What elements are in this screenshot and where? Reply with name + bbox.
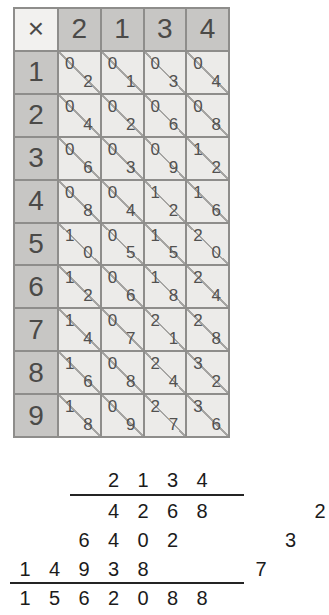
tens-digit: 0 [151, 141, 160, 158]
row-header-1: 1 [15, 52, 57, 93]
partial-product-3-digit: 3 [108, 559, 119, 579]
tens-digit: 0 [65, 141, 74, 158]
row-header-8: 8 [15, 352, 57, 393]
multiplicand-digit: 1 [137, 470, 148, 490]
lattice-cell-r3-c3: 09 [145, 138, 186, 179]
tens-digit: 0 [65, 55, 74, 72]
units-digit: 2 [83, 287, 92, 304]
units-digit: 4 [83, 116, 92, 133]
multiplier-digit: 7 [255, 559, 266, 579]
tens-digit: 0 [108, 184, 117, 201]
tens-digit: 3 [193, 355, 202, 372]
units-digit: 2 [212, 159, 221, 176]
product-digit: 1 [19, 588, 30, 608]
units-digit: 2 [212, 373, 221, 390]
lattice-cell-r5-c3: 15 [145, 224, 186, 265]
tens-digit: 0 [108, 227, 117, 244]
units-digit: 8 [212, 330, 221, 347]
partial-product-2-digit: 6 [78, 530, 89, 550]
lattice-cell-r8-c3: 24 [145, 352, 186, 393]
tens-digit: 1 [193, 141, 202, 158]
partial-product-3-digit: 1 [19, 559, 30, 579]
row-header-label: 9 [28, 402, 44, 430]
units-digit: 0 [212, 244, 221, 261]
row-header-label: 8 [28, 359, 44, 387]
row-header-2: 2 [15, 95, 57, 136]
tens-digit: 2 [151, 398, 160, 415]
tens-digit: 0 [65, 184, 74, 201]
partial-product-1-digit: 6 [167, 501, 178, 521]
units-digit: 6 [169, 116, 178, 133]
col-header-label: 1 [114, 15, 130, 43]
units-digit: 2 [126, 116, 135, 133]
lattice-cell-r1-c1: 01 [102, 52, 143, 93]
product-digit: 8 [167, 588, 178, 608]
long-multiplication-worksheet: 213442682640231493871562088 [0, 455, 329, 615]
units-digit: 8 [126, 373, 135, 390]
tens-digit: 0 [108, 98, 117, 115]
tens-digit: 2 [151, 355, 160, 372]
multiplier-digit: 3 [285, 530, 296, 550]
units-digit: 8 [212, 116, 221, 133]
col-header-3: 3 [145, 9, 186, 50]
row-header-label: 1 [28, 58, 44, 86]
lattice-cell-r7-c3: 21 [145, 309, 186, 350]
lattice-cell-r1-c4: 04 [187, 52, 228, 93]
lattice-cell-r1-c3: 03 [145, 52, 186, 93]
times-icon: × [28, 15, 44, 43]
units-digit: 6 [83, 373, 92, 390]
col-header-4: 4 [187, 9, 228, 50]
lattice-cell-r2-c3: 06 [145, 95, 186, 136]
tens-digit: 2 [193, 227, 202, 244]
lattice-cell-r7-c2: 14 [59, 309, 100, 350]
col-header-label: 4 [200, 15, 216, 43]
partial-product-3-digit: 4 [49, 559, 60, 579]
tens-digit: 0 [193, 98, 202, 115]
lattice-cell-r5-c4: 20 [187, 224, 228, 265]
tens-digit: 1 [151, 269, 160, 286]
tens-digit: 0 [193, 55, 202, 72]
tens-digit: 0 [108, 55, 117, 72]
partial-product-1-digit: 8 [196, 501, 207, 521]
product-digit: 5 [49, 588, 60, 608]
col-header-label: 2 [72, 15, 88, 43]
lattice-cell-r2-c4: 08 [187, 95, 228, 136]
tens-digit: 0 [108, 312, 117, 329]
lattice-cell-r9-c1: 09 [102, 395, 143, 436]
tens-digit: 0 [65, 98, 74, 115]
lattice-cell-r5-c1: 05 [102, 224, 143, 265]
partial-product-2-digit: 0 [137, 530, 148, 550]
tens-digit: 0 [108, 355, 117, 372]
units-digit: 4 [212, 73, 221, 90]
row-header-5: 5 [15, 224, 57, 265]
lattice-cell-r2-c1: 02 [102, 95, 143, 136]
partial-product-2-digit: 4 [108, 530, 119, 550]
col-header-2: 2 [59, 9, 100, 50]
lattice-cell-r6-c2: 12 [59, 266, 100, 307]
partial-product-2-digit: 2 [167, 530, 178, 550]
lattice-cell-r4-c4: 16 [187, 181, 228, 222]
lattice-cell-r3-c4: 12 [187, 138, 228, 179]
multiplicand-digit: 4 [196, 470, 207, 490]
units-digit: 6 [212, 416, 221, 433]
units-digit: 1 [126, 73, 135, 90]
row-header-4: 4 [15, 181, 57, 222]
partial-product-3-digit: 9 [78, 559, 89, 579]
tens-digit: 0 [108, 141, 117, 158]
lattice-multiplication-grid: ×213410201030420402060830603091240804121… [13, 7, 230, 438]
tens-digit: 1 [65, 269, 74, 286]
multiplicand-digit: 2 [108, 470, 119, 490]
lattice-cell-r4-c1: 04 [102, 181, 143, 222]
times-symbol-cell: × [15, 9, 57, 50]
tens-digit: 0 [151, 98, 160, 115]
lattice-cell-r4-c3: 12 [145, 181, 186, 222]
product-digit: 0 [137, 588, 148, 608]
units-digit: 2 [83, 73, 92, 90]
lattice-cell-r9-c4: 36 [187, 395, 228, 436]
units-digit: 6 [126, 287, 135, 304]
partial-product-1-digit: 4 [108, 501, 119, 521]
lattice-cell-r4-c2: 08 [59, 181, 100, 222]
row-header-label: 4 [28, 187, 44, 215]
lattice-cell-r7-c1: 07 [102, 309, 143, 350]
units-digit: 3 [126, 159, 135, 176]
row-header-label: 5 [28, 230, 44, 258]
tens-digit: 1 [65, 355, 74, 372]
units-digit: 1 [169, 330, 178, 347]
units-digit: 3 [169, 73, 178, 90]
tens-digit: 0 [108, 269, 117, 286]
lattice-cell-r1-c2: 02 [59, 52, 100, 93]
tens-digit: 2 [151, 312, 160, 329]
units-digit: 2 [169, 202, 178, 219]
rule-line-under-multiplicand [70, 494, 244, 496]
units-digit: 9 [169, 159, 178, 176]
units-digit: 9 [126, 416, 135, 433]
col-header-label: 3 [157, 15, 173, 43]
units-digit: 6 [212, 202, 221, 219]
units-digit: 7 [126, 330, 135, 347]
units-digit: 4 [83, 330, 92, 347]
units-digit: 4 [212, 287, 221, 304]
row-header-7: 7 [15, 309, 57, 350]
lattice-cell-r8-c2: 16 [59, 352, 100, 393]
partial-product-3-digit: 8 [137, 559, 148, 579]
lattice-cell-r3-c1: 03 [102, 138, 143, 179]
units-digit: 6 [83, 159, 92, 176]
lattice-cell-r3-c2: 06 [59, 138, 100, 179]
tens-digit: 1 [65, 312, 74, 329]
tens-digit: 1 [65, 398, 74, 415]
tens-digit: 1 [151, 227, 160, 244]
lattice-cell-r9-c3: 27 [145, 395, 186, 436]
multiplier-digit: 2 [314, 501, 325, 521]
partial-product-1-digit: 2 [137, 501, 148, 521]
lattice-cell-r2-c2: 04 [59, 95, 100, 136]
row-header-label: 2 [28, 101, 44, 129]
lattice-cell-r6-c4: 24 [187, 266, 228, 307]
multiplicand-digit: 3 [167, 470, 178, 490]
units-digit: 4 [126, 202, 135, 219]
product-digit: 2 [108, 588, 119, 608]
tens-digit: 3 [193, 398, 202, 415]
units-digit: 0 [83, 244, 92, 261]
units-digit: 4 [169, 373, 178, 390]
row-header-9: 9 [15, 395, 57, 436]
lattice-cell-r6-c3: 18 [145, 266, 186, 307]
units-digit: 8 [83, 416, 92, 433]
tens-digit: 0 [108, 398, 117, 415]
units-digit: 8 [169, 287, 178, 304]
rule-line-above-result [10, 582, 244, 584]
tens-digit: 2 [193, 312, 202, 329]
lattice-cell-r5-c2: 10 [59, 224, 100, 265]
tens-digit: 1 [151, 184, 160, 201]
units-digit: 5 [169, 244, 178, 261]
units-digit: 5 [126, 244, 135, 261]
lattice-cell-r7-c4: 28 [187, 309, 228, 350]
tens-digit: 1 [193, 184, 202, 201]
lattice-cell-r8-c4: 32 [187, 352, 228, 393]
product-digit: 8 [196, 588, 207, 608]
row-header-label: 7 [28, 316, 44, 344]
units-digit: 7 [169, 416, 178, 433]
tens-digit: 2 [193, 269, 202, 286]
tens-digit: 0 [151, 55, 160, 72]
tens-digit: 1 [65, 227, 74, 244]
units-digit: 8 [83, 202, 92, 219]
row-header-3: 3 [15, 138, 57, 179]
lattice-cell-r9-c2: 18 [59, 395, 100, 436]
product-digit: 6 [78, 588, 89, 608]
lattice-cell-r6-c1: 06 [102, 266, 143, 307]
row-header-6: 6 [15, 266, 57, 307]
row-header-label: 6 [28, 273, 44, 301]
col-header-1: 1 [102, 9, 143, 50]
lattice-cell-r8-c1: 08 [102, 352, 143, 393]
row-header-label: 3 [28, 144, 44, 172]
